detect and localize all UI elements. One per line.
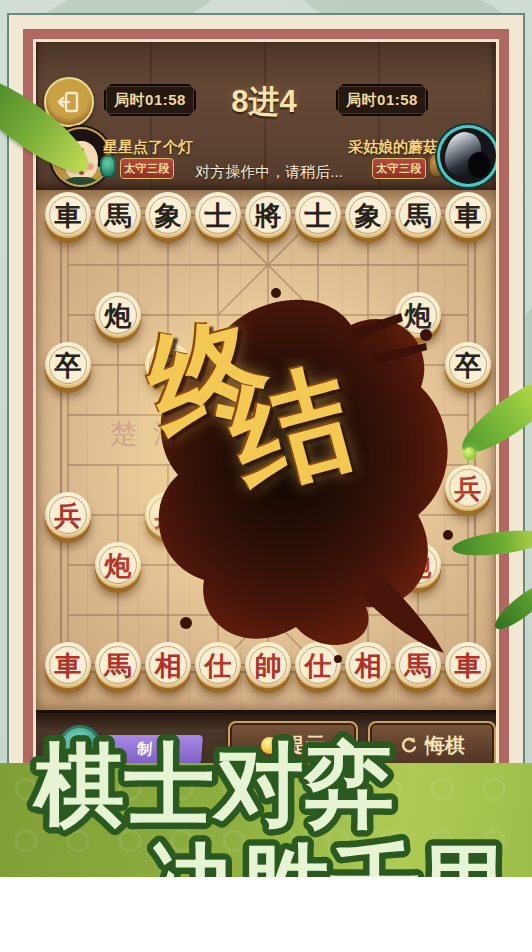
avatar-face bbox=[64, 141, 98, 181]
piece-glyph: 車 bbox=[455, 202, 482, 229]
exit-arrow-icon bbox=[56, 89, 82, 115]
right-player-rank-badge: 太守三段 bbox=[372, 158, 426, 179]
piece-glyph: 車 bbox=[455, 652, 482, 679]
piece-red-兵-r6c2[interactable]: 兵 bbox=[145, 492, 191, 538]
back-button[interactable] bbox=[44, 77, 94, 127]
mode-ribbon[interactable]: 制 » bbox=[99, 735, 203, 764]
piece-glyph: 士 bbox=[305, 202, 332, 229]
left-player-name: 星星点了个灯 bbox=[103, 138, 193, 157]
top-bar: 局时01:58 8进4 局时01:58 bbox=[36, 42, 496, 190]
hint-button[interactable]: 提示 bbox=[228, 721, 358, 769]
piece-black-卒-r3c0[interactable]: 卒 bbox=[45, 342, 91, 388]
piece-black-卒-r3c8[interactable]: 卒 bbox=[445, 342, 491, 388]
screenshot-frame: 局时01:58 8进4 局时01:58 bbox=[7, 13, 525, 877]
piece-glyph: 兵 bbox=[355, 502, 382, 529]
piece-black-車-r0c8[interactable]: 車 bbox=[445, 192, 491, 238]
piece-glyph: 象 bbox=[155, 202, 182, 229]
piece-black-炮-r2c1[interactable]: 炮 bbox=[95, 292, 141, 338]
piece-black-士-r0c5[interactable]: 士 bbox=[295, 192, 341, 238]
piece-black-炮-r2c7[interactable]: 炮 bbox=[395, 292, 441, 338]
piece-glyph: 車 bbox=[55, 652, 82, 679]
piece-glyph: 卒 bbox=[455, 352, 482, 379]
avatar-detail bbox=[68, 163, 76, 170]
piece-red-兵-r6c0[interactable]: 兵 bbox=[45, 492, 91, 538]
piece-black-卒-r3c6[interactable]: 卒 bbox=[345, 342, 391, 388]
left-player-avatar[interactable] bbox=[53, 129, 109, 185]
piece-red-兵-r6c4[interactable]: 兵 bbox=[245, 492, 291, 538]
piece-black-馬-r0c1[interactable]: 馬 bbox=[95, 192, 141, 238]
piece-black-象-r0c2[interactable]: 象 bbox=[145, 192, 191, 238]
right-player-name: 采姑娘的蘑菇 bbox=[348, 138, 438, 157]
piece-glyph: 士 bbox=[205, 202, 232, 229]
piece-black-車-r0c0[interactable]: 車 bbox=[45, 192, 91, 238]
game-screen: 局时01:58 8进4 局时01:58 bbox=[36, 42, 496, 848]
piece-red-相-r9c6[interactable]: 相 bbox=[345, 642, 391, 688]
piece-glyph: 馬 bbox=[105, 202, 132, 229]
piece-glyph: 兵 bbox=[55, 502, 82, 529]
hint-ball-icon bbox=[261, 737, 278, 754]
piece-red-馬-r9c1[interactable]: 馬 bbox=[95, 642, 141, 688]
avatar-detail bbox=[86, 163, 94, 170]
piece-glyph: 炮 bbox=[405, 552, 432, 579]
piece-red-炮-r7c1[interactable]: 炮 bbox=[95, 542, 141, 588]
avatar-detail bbox=[65, 177, 97, 185]
piece-glyph: 象 bbox=[355, 202, 382, 229]
round-title: 8进4 bbox=[199, 81, 329, 123]
piece-black-卒-r3c2[interactable]: 卒 bbox=[145, 342, 191, 388]
piece-glyph: 炮 bbox=[105, 552, 132, 579]
piece-glyph: 仕 bbox=[305, 652, 332, 679]
xiangqi-board: 楚河 汉界 車馬象士將士象馬車炮炮卒卒卒卒卒兵兵兵兵兵炮炮車馬相仕帥仕相馬車 bbox=[36, 190, 496, 710]
piece-glyph: 馬 bbox=[105, 652, 132, 679]
piece-red-兵-r6c6[interactable]: 兵 bbox=[345, 492, 391, 538]
undo-button-label: 悔棋 bbox=[425, 732, 465, 759]
promo-banner bbox=[0, 763, 532, 877]
piece-black-卒-r3c4[interactable]: 卒 bbox=[245, 342, 291, 388]
avatar-detail bbox=[79, 171, 84, 175]
avatar-detail bbox=[79, 148, 84, 153]
mode-ribbon-label: 制 bbox=[136, 740, 152, 759]
frame-inner-border: 局时01:58 8进4 局时01:58 bbox=[33, 39, 499, 851]
piece-glyph: 卒 bbox=[155, 352, 182, 379]
piece-red-仕-r9c5[interactable]: 仕 bbox=[295, 642, 341, 688]
piece-glyph: 相 bbox=[355, 652, 382, 679]
piece-glyph: 兵 bbox=[255, 502, 282, 529]
piece-glyph: 相 bbox=[155, 652, 182, 679]
piece-glyph: 卒 bbox=[55, 352, 82, 379]
app-screenshot: 局时01:58 8进4 局时01:58 bbox=[0, 0, 532, 877]
piece-glyph: 炮 bbox=[105, 302, 132, 329]
piece-red-馬-r9c7[interactable]: 馬 bbox=[395, 642, 441, 688]
undo-arrow-icon bbox=[399, 736, 418, 755]
piece-red-帥-r9c4[interactable]: 帥 bbox=[245, 642, 291, 688]
piece-glyph: 馬 bbox=[405, 652, 432, 679]
piece-red-車-r9c8[interactable]: 車 bbox=[445, 642, 491, 688]
undo-button[interactable]: 悔棋 bbox=[368, 721, 496, 769]
piece-glyph: 帥 bbox=[255, 652, 282, 679]
frame-rose-border: 局时01:58 8进4 局时01:58 bbox=[23, 29, 509, 861]
left-timer: 局时01:58 bbox=[104, 84, 196, 116]
piece-black-士-r0c3[interactable]: 士 bbox=[195, 192, 241, 238]
jade-pendant-icon bbox=[100, 155, 116, 178]
piece-glyph: 兵 bbox=[455, 475, 482, 502]
right-timer: 局时01:58 bbox=[336, 84, 428, 116]
hint-button-label: 提示 bbox=[285, 732, 325, 759]
piece-red-車-r9c0[interactable]: 車 bbox=[45, 642, 91, 688]
piece-glyph: 將 bbox=[255, 202, 282, 229]
status-message: 对方操作中，请稍后... bbox=[154, 163, 384, 182]
piece-glyph: 兵 bbox=[155, 502, 182, 529]
piece-red-相-r9c2[interactable]: 相 bbox=[145, 642, 191, 688]
piece-red-炮-r7c7[interactable]: 炮 bbox=[395, 542, 441, 588]
piece-layer: 車馬象士將士象馬車炮炮卒卒卒卒卒兵兵兵兵兵炮炮車馬相仕帥仕相馬車 bbox=[36, 190, 496, 710]
piece-red-仕-r9c3[interactable]: 仕 bbox=[195, 642, 241, 688]
piece-glyph: 卒 bbox=[255, 352, 282, 379]
chevron-right-icon: » bbox=[158, 743, 166, 757]
right-player-avatar[interactable] bbox=[440, 128, 496, 184]
piece-glyph: 馬 bbox=[405, 202, 432, 229]
piece-black-將-r0c4[interactable]: 將 bbox=[245, 192, 291, 238]
piece-glyph: 炮 bbox=[405, 302, 432, 329]
piece-black-象-r0c6[interactable]: 象 bbox=[345, 192, 391, 238]
piece-glyph: 仕 bbox=[205, 652, 232, 679]
piece-glyph: 車 bbox=[55, 202, 82, 229]
avatar-art bbox=[468, 152, 490, 178]
piece-glyph: 卒 bbox=[355, 352, 382, 379]
piece-red-兵-r6c8[interactable]: 兵 bbox=[445, 465, 491, 511]
piece-black-馬-r0c7[interactable]: 馬 bbox=[395, 192, 441, 238]
